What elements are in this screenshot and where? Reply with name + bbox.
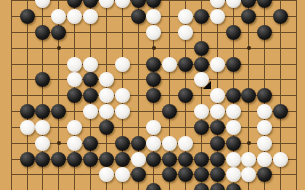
black-stone [146, 88, 161, 103]
white-stone [115, 104, 130, 119]
black-stone [194, 57, 209, 72]
black-stone [99, 120, 114, 135]
white-stone [226, 104, 241, 119]
white-stone [241, 167, 256, 182]
black-stone [194, 183, 209, 190]
white-stone [35, 136, 50, 151]
black-stone [146, 152, 161, 167]
white-stone [226, 152, 241, 167]
white-stone [257, 104, 272, 119]
black-stone [273, 9, 288, 24]
white-stone [35, 0, 50, 8]
black-stone [20, 9, 35, 24]
black-stone [194, 120, 209, 135]
black-stone [35, 25, 50, 40]
black-stone [241, 88, 256, 103]
white-stone [226, 120, 241, 135]
black-stone [146, 0, 161, 8]
white-stone [194, 104, 209, 119]
last-move-triangle-marker [203, 81, 211, 89]
white-stone [162, 136, 177, 151]
black-stone [226, 88, 241, 103]
black-stone [257, 25, 272, 40]
white-stone [194, 72, 209, 87]
white-stone [162, 57, 177, 72]
black-stone [241, 0, 256, 8]
black-stone [67, 88, 82, 103]
black-stone [51, 104, 66, 119]
star-point [57, 141, 61, 145]
black-stone [83, 136, 98, 151]
white-stone [83, 9, 98, 24]
black-stone [83, 152, 98, 167]
white-stone [146, 120, 161, 135]
white-stone [67, 120, 82, 135]
black-stone [162, 167, 177, 182]
white-stone [115, 167, 130, 182]
black-stone [178, 167, 193, 182]
black-stone [35, 152, 50, 167]
white-stone [178, 25, 193, 40]
black-stone [178, 88, 193, 103]
star-point [247, 141, 251, 145]
white-stone [83, 57, 98, 72]
star-point [247, 46, 251, 50]
black-stone [35, 72, 50, 87]
white-stone [146, 9, 161, 24]
white-stone [67, 72, 82, 87]
white-stone [35, 120, 50, 135]
star-point [57, 46, 61, 50]
white-stone [257, 152, 272, 167]
black-stone [67, 152, 82, 167]
black-stone [67, 0, 82, 8]
black-stone [20, 152, 35, 167]
black-stone [273, 104, 288, 119]
black-stone [226, 57, 241, 72]
white-stone [131, 152, 146, 167]
white-stone [99, 167, 114, 182]
black-stone [210, 120, 225, 135]
white-stone [99, 0, 114, 8]
white-stone [20, 120, 35, 135]
black-stone [226, 136, 241, 151]
white-stone [178, 9, 193, 24]
black-stone [226, 183, 241, 190]
black-stone [131, 0, 146, 8]
black-stone [241, 9, 256, 24]
white-stone [178, 136, 193, 151]
black-stone [83, 72, 98, 87]
go-board[interactable] [0, 0, 305, 190]
white-stone [146, 136, 161, 151]
white-stone [210, 88, 225, 103]
black-stone [257, 167, 272, 182]
white-stone [273, 152, 288, 167]
black-stone [210, 167, 225, 182]
white-stone [210, 9, 225, 24]
white-stone [67, 57, 82, 72]
black-stone [51, 25, 66, 40]
black-stone [146, 72, 161, 87]
white-stone [67, 9, 82, 24]
black-stone [20, 104, 35, 119]
black-stone [35, 104, 50, 119]
white-stone [115, 57, 130, 72]
black-stone [83, 0, 98, 8]
white-stone [51, 9, 66, 24]
black-stone [257, 0, 272, 8]
black-stone [146, 57, 161, 72]
white-stone [83, 104, 98, 119]
white-stone [99, 104, 114, 119]
white-stone [257, 120, 272, 135]
black-stone [162, 152, 177, 167]
black-stone [131, 167, 146, 182]
black-stone [178, 57, 193, 72]
star-point [152, 46, 156, 50]
white-stone [99, 88, 114, 103]
black-stone [194, 9, 209, 24]
black-stone [194, 41, 209, 56]
black-stone [210, 183, 225, 190]
white-stone [146, 25, 161, 40]
white-stone [226, 0, 241, 8]
black-stone [146, 183, 161, 190]
white-stone [226, 167, 241, 182]
black-stone [257, 88, 272, 103]
white-stone [210, 104, 225, 119]
black-stone [194, 152, 209, 167]
black-stone [210, 152, 225, 167]
white-stone [115, 0, 130, 8]
go-game-screenshot [0, 0, 305, 190]
black-stone [99, 152, 114, 167]
white-stone [241, 152, 256, 167]
black-stone [162, 104, 177, 119]
black-stone [210, 136, 225, 151]
white-stone [67, 136, 82, 151]
black-stone [131, 9, 146, 24]
black-stone [194, 167, 209, 182]
white-stone [257, 136, 272, 151]
black-stone [51, 152, 66, 167]
white-stone [99, 72, 114, 87]
white-stone [210, 57, 225, 72]
black-stone [115, 152, 130, 167]
black-stone [115, 136, 130, 151]
black-stone [226, 25, 241, 40]
black-stone [83, 88, 98, 103]
white-stone [115, 88, 130, 103]
white-stone [210, 0, 225, 8]
black-stone [131, 136, 146, 151]
black-stone [178, 152, 193, 167]
